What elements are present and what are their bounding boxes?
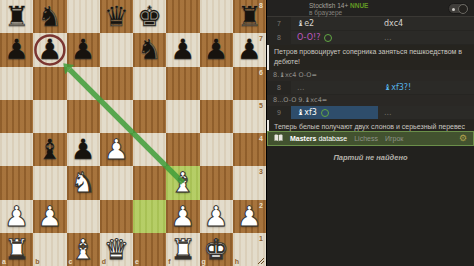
square-c3[interactable]: ♞	[67, 166, 100, 199]
move-san: ...	[384, 33, 392, 42]
rank-label-7: 7	[259, 35, 263, 42]
explorer-tab-player[interactable]: Игрок	[385, 135, 403, 142]
square-b7[interactable]: ♟	[33, 33, 66, 66]
square-d3[interactable]	[100, 166, 133, 199]
square-c5[interactable]	[67, 100, 100, 133]
white-rook-f1[interactable]: ♜	[170, 233, 195, 266]
explorer-message-area: Партий не найдено	[267, 146, 474, 266]
explorer-tab-masters[interactable]: Masters database	[290, 135, 347, 142]
square-b2[interactable]: ♟	[33, 200, 66, 233]
file-label-c: c	[69, 258, 73, 265]
square-a8[interactable]: ♜	[0, 0, 33, 33]
black-queen-d8[interactable]: ♛	[104, 0, 129, 33]
rank-label-5: 5	[259, 102, 263, 109]
rank-label-1: 1	[259, 235, 263, 242]
black-king-e8[interactable]: ♚	[137, 0, 162, 33]
square-a4[interactable]	[0, 133, 33, 166]
square-e4[interactable]	[133, 133, 166, 166]
black-pawn-c4[interactable]: ♟	[71, 133, 96, 166]
analysis-panel: Stockfish 14+ NNUE в браузере 7♝e2dxc48O…	[266, 0, 474, 266]
rank-label-4: 4	[259, 135, 263, 142]
square-e3[interactable]	[133, 166, 166, 199]
square-f8[interactable]	[166, 0, 199, 33]
rank-label-3: 3	[259, 168, 263, 175]
rank-label-2: 2	[259, 202, 263, 209]
square-e6[interactable]	[133, 67, 166, 100]
square-h3[interactable]: 3	[233, 166, 266, 199]
white-king-g1[interactable]: ♚	[204, 233, 229, 266]
white-rook-a1[interactable]: ♜	[4, 233, 29, 266]
black-move[interactable]: ...	[378, 106, 474, 119]
rank-label-6: 6	[259, 69, 263, 76]
green-circle-glyph-icon	[324, 34, 332, 42]
black-rook-a8[interactable]: ♜	[4, 0, 29, 33]
white-pawn-a2[interactable]: ♟	[4, 200, 29, 233]
comment-text: Петров провоцирует соперника заняться пе…	[267, 45, 474, 70]
engine-nnue-badge: NNUE	[350, 2, 368, 9]
move-row: 8...♝xf3?!	[267, 81, 474, 95]
square-d4[interactable]: ♟	[100, 133, 133, 166]
square-a1[interactable]: ♜a	[0, 233, 33, 266]
square-g4[interactable]	[200, 133, 233, 166]
square-e2[interactable]	[133, 200, 166, 233]
square-d7[interactable]	[100, 33, 133, 66]
square-e7[interactable]: ♞	[133, 33, 166, 66]
square-f5[interactable]	[166, 100, 199, 133]
square-h4[interactable]: 4	[233, 133, 266, 166]
square-h5[interactable]: 5	[233, 100, 266, 133]
white-move[interactable]: ...	[291, 81, 378, 94]
move-row: 7♝e2dxc4	[267, 17, 474, 31]
engine-header: Stockfish 14+ NNUE в браузере	[267, 0, 474, 17]
square-f2[interactable]: ♟	[166, 200, 199, 233]
move-number: 7	[267, 17, 291, 30]
green-circle-glyph-icon	[321, 109, 329, 117]
file-label-d: d	[102, 258, 106, 265]
white-knight-c3[interactable]: ♞	[71, 166, 96, 199]
file-label-f: f	[168, 258, 170, 265]
move-san: ♝xf3?!	[384, 83, 411, 92]
square-e5[interactable]	[133, 100, 166, 133]
black-pawn-c7[interactable]: ♟	[71, 33, 96, 66]
square-h6[interactable]: 6	[233, 67, 266, 100]
square-a7[interactable]: ♟	[0, 33, 33, 66]
square-b5[interactable]	[33, 100, 66, 133]
white-move[interactable]: ♝e2	[291, 17, 378, 30]
black-pawn-g7[interactable]: ♟	[204, 33, 229, 66]
variation-line[interactable]: 8...O-O 9.♝xc4=	[267, 95, 474, 106]
board-resize-handle[interactable]	[257, 257, 265, 265]
square-e1[interactable]: e	[133, 233, 166, 266]
white-move[interactable]: ♝xf3	[291, 106, 378, 119]
tab-masters-bold: Masters	[290, 135, 316, 142]
tab-masters-rest: database	[316, 135, 347, 142]
black-move[interactable]: ...	[378, 31, 474, 44]
move-san: O-O!?	[297, 33, 320, 42]
move-number: 8	[267, 81, 291, 94]
square-g1[interactable]: ♚g	[200, 233, 233, 266]
square-a5[interactable]	[0, 100, 33, 133]
square-b8[interactable]: ♞	[33, 0, 66, 33]
white-queen-d1[interactable]: ♛	[104, 233, 129, 266]
square-c2[interactable]	[67, 200, 100, 233]
black-knight-e7[interactable]: ♞	[137, 33, 162, 66]
white-pawn-b2[interactable]: ♟	[37, 200, 62, 233]
square-c1[interactable]: ♝c	[67, 233, 100, 266]
square-f3[interactable]: ♝	[166, 166, 199, 199]
square-d8[interactable]: ♛	[100, 0, 133, 33]
square-d1[interactable]: ♛d	[100, 233, 133, 266]
square-e8[interactable]: ♚	[133, 0, 166, 33]
move-san: ♝e2	[297, 19, 314, 28]
square-f1[interactable]: ♜f	[166, 233, 199, 266]
chess-board: ♜♞♛♚♜8♟♟♟♞♟♟♟765♝♟♟4♞♝3♟♟♟♟♟2♜ab♝c♛de♜f♚…	[0, 0, 266, 266]
comment-text: Теперь белые получают двух слонов и серь…	[267, 120, 474, 131]
move-number: 8	[267, 31, 291, 44]
square-g6[interactable]	[200, 67, 233, 100]
opening-explorer-bar: Masters database Lichess Игрок ⚙	[267, 131, 474, 146]
move-san: ...	[297, 83, 305, 92]
black-pawn-b7[interactable]: ♟	[37, 33, 62, 66]
square-g7[interactable]: ♟	[200, 33, 233, 66]
black-move[interactable]: dxc4	[378, 17, 474, 30]
square-a2[interactable]: ♟	[0, 200, 33, 233]
explorer-settings-gear-icon[interactable]: ⚙	[459, 134, 467, 143]
square-d5[interactable]	[100, 100, 133, 133]
white-pawn-d4[interactable]: ♟	[104, 133, 129, 166]
square-f7[interactable]: ♟	[166, 33, 199, 66]
engine-toggle-switch[interactable]	[448, 3, 469, 14]
square-c7[interactable]: ♟	[67, 33, 100, 66]
square-b4[interactable]: ♝	[33, 133, 66, 166]
file-label-e: e	[135, 258, 139, 265]
move-san: dxc4	[384, 19, 403, 28]
variation-line[interactable]: 8.♝xc4 O-O=	[267, 70, 474, 81]
square-a3[interactable]	[0, 166, 33, 199]
black-pawn-a7[interactable]: ♟	[4, 33, 29, 66]
book-icon	[274, 134, 283, 142]
square-h2[interactable]: ♟2	[233, 200, 266, 233]
move-san: ♝xf3	[297, 108, 317, 117]
white-move[interactable]: O-O!?	[291, 31, 378, 44]
toggle-dot-icon	[452, 8, 455, 11]
move-number: 9	[267, 106, 291, 119]
move-list: 7♝e2dxc48O-O!?...Петров провоцирует сопе…	[267, 17, 474, 131]
black-move[interactable]: ♝xf3?!	[378, 81, 474, 94]
square-g2[interactable]: ♟	[200, 200, 233, 233]
square-b6[interactable]	[33, 67, 66, 100]
move-row: 9♝xf3...	[267, 106, 474, 120]
file-label-g: g	[202, 258, 206, 265]
square-f4[interactable]	[166, 133, 199, 166]
white-pawn-f2[interactable]: ♟	[170, 200, 195, 233]
square-g5[interactable]	[200, 100, 233, 133]
black-knight-b8[interactable]: ♞	[37, 0, 62, 33]
black-pawn-f7[interactable]: ♟	[170, 33, 195, 66]
chess-analysis-app: ♜♞♛♚♜8♟♟♟♞♟♟♟765♝♟♟4♞♝3♟♟♟♟♟2♜ab♝c♛de♜f♚…	[0, 0, 474, 266]
engine-name-text: Stockfish 14+	[309, 2, 348, 9]
no-games-found-text: Партий не найдено	[333, 153, 407, 266]
square-f6[interactable]	[166, 67, 199, 100]
square-b3[interactable]	[33, 166, 66, 199]
white-bishop-c1[interactable]: ♝	[71, 233, 96, 266]
move-row: 8O-O!?...	[267, 31, 474, 45]
white-bishop-f3[interactable]: ♝	[170, 166, 195, 199]
rank-label-8: 8	[259, 2, 263, 9]
black-bishop-b4[interactable]: ♝	[37, 133, 62, 166]
file-label-b: b	[35, 258, 39, 265]
explorer-tab-lichess[interactable]: Lichess	[354, 135, 378, 142]
file-label-a: a	[2, 258, 6, 265]
move-san: ...	[384, 108, 392, 117]
square-d6[interactable]	[100, 67, 133, 100]
board-grid: ♜♞♛♚♜8♟♟♟♞♟♟♟765♝♟♟4♞♝3♟♟♟♟♟2♜ab♝c♛de♜f♚…	[0, 0, 266, 266]
square-h7[interactable]: ♟7	[233, 33, 266, 66]
square-c4[interactable]: ♟	[67, 133, 100, 166]
square-g8[interactable]	[200, 0, 233, 33]
square-h8[interactable]: ♜8	[233, 0, 266, 33]
square-c6[interactable]	[67, 67, 100, 100]
square-b1[interactable]: b	[33, 233, 66, 266]
white-pawn-g2[interactable]: ♟	[204, 200, 229, 233]
square-d2[interactable]	[100, 200, 133, 233]
square-a6[interactable]	[0, 67, 33, 100]
toggle-knob	[458, 4, 468, 14]
file-label-h: h	[235, 258, 239, 265]
square-g3[interactable]	[200, 166, 233, 199]
square-c8[interactable]	[67, 0, 100, 33]
